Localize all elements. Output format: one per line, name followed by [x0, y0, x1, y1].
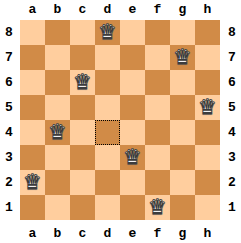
square-g7[interactable]: ♛	[170, 45, 195, 70]
square-d1[interactable]	[95, 195, 120, 220]
rank-label-4-left: 4	[0, 120, 18, 145]
square-a3[interactable]	[20, 145, 45, 170]
square-d7[interactable]	[95, 45, 120, 70]
square-d3[interactable]	[95, 145, 120, 170]
file-labels-bottom: abcdefgh	[20, 223, 220, 243]
rank-label-3-left: 3	[0, 145, 18, 170]
square-g3[interactable]	[170, 145, 195, 170]
square-c6[interactable]: ♛	[70, 70, 95, 95]
rank-label-1-right: 1	[223, 195, 241, 220]
square-a4[interactable]	[20, 120, 45, 145]
rank-labels-right: 87654321	[223, 20, 241, 220]
square-a7[interactable]	[20, 45, 45, 70]
file-label-e-top: e	[120, 0, 145, 18]
square-f8[interactable]	[145, 20, 170, 45]
square-b6[interactable]	[45, 70, 70, 95]
file-label-h-bottom: h	[195, 223, 220, 243]
square-f4[interactable]	[145, 120, 170, 145]
square-c7[interactable]	[70, 45, 95, 70]
square-h4[interactable]	[195, 120, 220, 145]
white-queen-b4[interactable]: ♛	[48, 120, 67, 145]
square-h2[interactable]	[195, 170, 220, 195]
square-g2[interactable]	[170, 170, 195, 195]
square-e7[interactable]	[120, 45, 145, 70]
square-d5[interactable]	[95, 95, 120, 120]
square-d4[interactable]	[95, 120, 120, 145]
square-c2[interactable]	[70, 170, 95, 195]
square-c4[interactable]	[70, 120, 95, 145]
rank-label-8-right: 8	[223, 20, 241, 45]
square-b3[interactable]	[45, 145, 70, 170]
white-queen-f1[interactable]: ♛	[148, 195, 167, 220]
square-e8[interactable]	[120, 20, 145, 45]
rank-label-7-left: 7	[0, 45, 18, 70]
square-a1[interactable]	[20, 195, 45, 220]
rank-label-6-right: 6	[223, 70, 241, 95]
file-label-g-top: g	[170, 0, 195, 18]
square-e3[interactable]: ♛	[120, 145, 145, 170]
file-label-g-bottom: g	[170, 223, 195, 243]
white-queen-d8[interactable]: ♛	[98, 20, 117, 45]
file-label-d-bottom: d	[95, 223, 120, 243]
chess-board-app: abcdefgh 87654321 ♛♛♛♛♛♛♛♛ 87654321 abcd…	[0, 0, 241, 243]
square-b4[interactable]: ♛	[45, 120, 70, 145]
rank-label-1-left: 1	[0, 195, 18, 220]
rank-label-6-left: 6	[0, 70, 18, 95]
square-f3[interactable]	[145, 145, 170, 170]
square-b2[interactable]	[45, 170, 70, 195]
square-g1[interactable]	[170, 195, 195, 220]
square-c1[interactable]	[70, 195, 95, 220]
rank-label-3-right: 3	[223, 145, 241, 170]
square-e6[interactable]	[120, 70, 145, 95]
square-h1[interactable]	[195, 195, 220, 220]
square-g8[interactable]	[170, 20, 195, 45]
square-b7[interactable]	[45, 45, 70, 70]
white-queen-g7[interactable]: ♛	[173, 45, 192, 70]
square-c5[interactable]	[70, 95, 95, 120]
square-h5[interactable]: ♛	[195, 95, 220, 120]
rank-label-2-left: 2	[0, 170, 18, 195]
file-label-f-bottom: f	[145, 223, 170, 243]
square-e1[interactable]	[120, 195, 145, 220]
square-f5[interactable]	[145, 95, 170, 120]
square-a6[interactable]	[20, 70, 45, 95]
white-queen-h5[interactable]: ♛	[198, 95, 217, 120]
square-g4[interactable]	[170, 120, 195, 145]
square-a2[interactable]: ♛	[20, 170, 45, 195]
file-label-a-bottom: a	[20, 223, 45, 243]
square-b1[interactable]	[45, 195, 70, 220]
rank-label-5-left: 5	[0, 95, 18, 120]
square-h8[interactable]	[195, 20, 220, 45]
square-f6[interactable]	[145, 70, 170, 95]
square-c8[interactable]	[70, 20, 95, 45]
square-f1[interactable]: ♛	[145, 195, 170, 220]
square-h7[interactable]	[195, 45, 220, 70]
square-d6[interactable]	[95, 70, 120, 95]
square-d8[interactable]: ♛	[95, 20, 120, 45]
square-e2[interactable]	[120, 170, 145, 195]
file-label-b-bottom: b	[45, 223, 70, 243]
rank-label-5-right: 5	[223, 95, 241, 120]
square-a5[interactable]	[20, 95, 45, 120]
square-h3[interactable]	[195, 145, 220, 170]
square-d2[interactable]	[95, 170, 120, 195]
white-queen-e3[interactable]: ♛	[123, 145, 142, 170]
file-label-c-bottom: c	[70, 223, 95, 243]
square-f7[interactable]	[145, 45, 170, 70]
square-g6[interactable]	[170, 70, 195, 95]
file-label-h-top: h	[195, 0, 220, 18]
file-labels-top: abcdefgh	[20, 0, 220, 18]
square-a8[interactable]	[20, 20, 45, 45]
rank-label-4-right: 4	[223, 120, 241, 145]
square-g5[interactable]	[170, 95, 195, 120]
white-queen-c6[interactable]: ♛	[73, 70, 92, 95]
square-h6[interactable]	[195, 70, 220, 95]
file-label-e-bottom: e	[120, 223, 145, 243]
chess-board: ♛♛♛♛♛♛♛♛	[20, 20, 220, 220]
file-label-d-top: d	[95, 0, 120, 18]
square-c3[interactable]	[70, 145, 95, 170]
file-label-a-top: a	[20, 0, 45, 18]
file-label-c-top: c	[70, 0, 95, 18]
square-b8[interactable]	[45, 20, 70, 45]
white-queen-a2[interactable]: ♛	[23, 170, 42, 195]
rank-label-8-left: 8	[0, 20, 18, 45]
file-label-f-top: f	[145, 0, 170, 18]
rank-label-7-right: 7	[223, 45, 241, 70]
square-b5[interactable]	[45, 95, 70, 120]
rank-labels-left: 87654321	[0, 20, 18, 220]
file-label-b-top: b	[45, 0, 70, 18]
square-e4[interactable]	[120, 120, 145, 145]
square-f2[interactable]	[145, 170, 170, 195]
rank-label-2-right: 2	[223, 170, 241, 195]
square-e5[interactable]	[120, 95, 145, 120]
